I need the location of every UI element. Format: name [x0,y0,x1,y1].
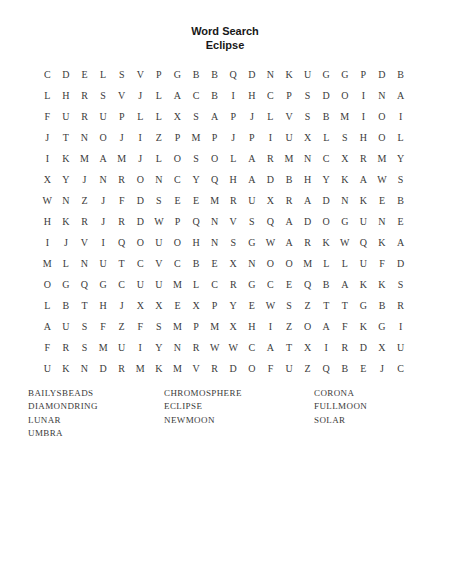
grid-cell-r11c9[interactable]: L [187,274,206,295]
grid-cell-r5c4[interactable]: A [94,148,113,169]
grid-cell-r2c14[interactable]: P [280,85,299,106]
grid-cell-r1c2[interactable]: D [57,64,76,85]
grid-cell-r2c7[interactable]: L [150,85,169,106]
grid-cell-r10c9[interactable]: B [187,253,206,274]
grid-cell-r13c10[interactable]: M [205,316,224,337]
grid-cell-r4c5[interactable]: J [112,127,131,148]
grid-cell-r11c8[interactable]: M [168,274,187,295]
grid-cell-r6c3[interactable]: J [75,169,94,190]
grid-cell-r10c4[interactable]: U [94,253,113,274]
grid-cell-r7c15[interactable]: A [298,190,317,211]
grid-cell-r9c9[interactable]: H [187,232,206,253]
grid-cell-r6c5[interactable]: R [112,169,131,190]
grid-cell-r10c16[interactable]: L [317,253,336,274]
grid-cell-r10c15[interactable]: M [298,253,317,274]
grid-cell-r8c1[interactable]: H [38,211,57,232]
grid-cell-r15c16[interactable]: Q [317,358,336,379]
grid-cell-r6c11[interactable]: H [224,169,243,190]
grid-cell-r1c16[interactable]: G [317,64,336,85]
grid-cell-r5c14[interactable]: M [280,148,299,169]
grid-cell-r7c1[interactable]: W [38,190,57,211]
grid-cell-r15c18[interactable]: E [354,358,373,379]
grid-cell-r13c14[interactable]: Z [280,316,299,337]
grid-cell-r10c2[interactable]: L [57,253,76,274]
grid-cell-r2c18[interactable]: I [354,85,373,106]
grid-cell-r11c12[interactable]: G [243,274,262,295]
grid-cell-r4c15[interactable]: X [298,127,317,148]
grid-cell-r5c5[interactable]: M [112,148,131,169]
grid-cell-r7c13[interactable]: X [261,190,280,211]
grid-cell-r11c1[interactable]: O [38,274,57,295]
grid-cell-r6c9[interactable]: Y [187,169,206,190]
grid-cell-r5c15[interactable]: N [298,148,317,169]
grid-cell-r15c8[interactable]: M [168,358,187,379]
grid-cell-r4c10[interactable]: P [205,127,224,148]
grid-cell-r14c2[interactable]: R [57,337,76,358]
grid-cell-r12c15[interactable]: Z [298,295,317,316]
grid-cell-r7c14[interactable]: R [280,190,299,211]
grid-cell-r4c2[interactable]: T [57,127,76,148]
grid-cell-r13c12[interactable]: H [243,316,262,337]
grid-cell-r11c15[interactable]: Q [298,274,317,295]
grid-cell-r1c18[interactable]: P [354,64,373,85]
grid-cell-r6c7[interactable]: N [150,169,169,190]
grid-cell-r5c13[interactable]: R [261,148,280,169]
grid-cell-r15c13[interactable]: F [261,358,280,379]
grid-cell-r6c17[interactable]: K [336,169,355,190]
grid-cell-r11c7[interactable]: U [150,274,169,295]
grid-cell-r7c18[interactable]: K [354,190,373,211]
grid-cell-r7c16[interactable]: D [317,190,336,211]
grid-cell-r13c3[interactable]: S [75,316,94,337]
grid-cell-r6c18[interactable]: A [354,169,373,190]
grid-cell-r2c12[interactable]: H [243,85,262,106]
grid-cell-r7c7[interactable]: S [150,190,169,211]
grid-cell-r13c20[interactable]: I [391,316,410,337]
grid-cell-r9c7[interactable]: U [150,232,169,253]
grid-cell-r7c9[interactable]: E [187,190,206,211]
grid-cell-r12c7[interactable]: X [150,295,169,316]
grid-cell-r11c16[interactable]: B [317,274,336,295]
grid-cell-r11c4[interactable]: G [94,274,113,295]
grid-cell-r5c10[interactable]: O [205,148,224,169]
grid-cell-r1c17[interactable]: G [336,64,355,85]
grid-cell-r12c2[interactable]: B [57,295,76,316]
grid-cell-r10c17[interactable]: L [336,253,355,274]
grid-cell-r2c16[interactable]: D [317,85,336,106]
grid-cell-r11c6[interactable]: U [131,274,150,295]
grid-cell-r12c13[interactable]: W [261,295,280,316]
grid-cell-r12c16[interactable]: T [317,295,336,316]
grid-cell-r14c3[interactable]: S [75,337,94,358]
grid-cell-r11c11[interactable]: R [224,274,243,295]
grid-cell-r15c3[interactable]: N [75,358,94,379]
grid-cell-r11c5[interactable]: C [112,274,131,295]
grid-cell-r12c4[interactable]: H [94,295,113,316]
grid-cell-r9c16[interactable]: K [317,232,336,253]
grid-cell-r9c1[interactable]: I [38,232,57,253]
grid-cell-r1c19[interactable]: D [373,64,392,85]
grid-cell-r15c4[interactable]: D [94,358,113,379]
grid-cell-r14c5[interactable]: U [112,337,131,358]
grid-cell-r8c10[interactable]: N [205,211,224,232]
grid-cell-r1c11[interactable]: Q [224,64,243,85]
grid-cell-r13c11[interactable]: X [224,316,243,337]
grid-cell-r4c20[interactable]: L [391,127,410,148]
grid-cell-r1c7[interactable]: P [150,64,169,85]
grid-cell-r10c8[interactable]: C [168,253,187,274]
grid-cell-r13c5[interactable]: Z [112,316,131,337]
grid-cell-r8c20[interactable]: E [391,211,410,232]
grid-cell-r14c6[interactable]: I [131,337,150,358]
grid-cell-r10c20[interactable]: D [391,253,410,274]
grid-cell-r10c13[interactable]: O [261,253,280,274]
grid-cell-r2c15[interactable]: S [298,85,317,106]
grid-cell-r12c18[interactable]: G [354,295,373,316]
grid-cell-r12c5[interactable]: J [112,295,131,316]
grid-cell-r13c16[interactable]: A [317,316,336,337]
grid-cell-r4c12[interactable]: P [243,127,262,148]
grid-cell-r2c13[interactable]: C [261,85,280,106]
grid-cell-r5c8[interactable]: O [168,148,187,169]
grid-cell-r3c6[interactable]: L [131,106,150,127]
grid-cell-r12c19[interactable]: B [373,295,392,316]
grid-cell-r4c4[interactable]: O [94,127,113,148]
grid-cell-r12c6[interactable]: X [131,295,150,316]
grid-cell-r3c8[interactable]: X [168,106,187,127]
grid-cell-r14c14[interactable]: T [280,337,299,358]
grid-cell-r10c14[interactable]: O [280,253,299,274]
grid-cell-r8c5[interactable]: R [112,211,131,232]
grid-cell-r15c15[interactable]: Z [298,358,317,379]
grid-cell-r13c9[interactable]: P [187,316,206,337]
grid-cell-r10c11[interactable]: X [224,253,243,274]
grid-cell-r1c20[interactable]: B [391,64,410,85]
grid-cell-r1c15[interactable]: U [298,64,317,85]
grid-cell-r6c20[interactable]: S [391,169,410,190]
grid-cell-r9c20[interactable]: A [391,232,410,253]
grid-cell-r5c11[interactable]: L [224,148,243,169]
grid-cell-r14c15[interactable]: X [298,337,317,358]
grid-cell-r15c20[interactable]: C [391,358,410,379]
grid-cell-r15c1[interactable]: U [38,358,57,379]
grid-cell-r4c1[interactable]: J [38,127,57,148]
grid-cell-r3c20[interactable]: I [391,106,410,127]
grid-cell-r14c10[interactable]: W [205,337,224,358]
grid-cell-r12c10[interactable]: P [205,295,224,316]
grid-cell-r8c12[interactable]: S [243,211,262,232]
grid-cell-r10c7[interactable]: V [150,253,169,274]
grid-cell-r8c15[interactable]: D [298,211,317,232]
grid-cell-r1c13[interactable]: N [261,64,280,85]
grid-cell-r6c15[interactable]: H [298,169,317,190]
grid-cell-r3c13[interactable]: L [261,106,280,127]
grid-cell-r15c6[interactable]: M [131,358,150,379]
grid-cell-r7c10[interactable]: M [205,190,224,211]
grid-cell-r2c2[interactable]: H [57,85,76,106]
grid-cell-r13c1[interactable]: A [38,316,57,337]
grid-cell-r7c2[interactable]: N [57,190,76,211]
grid-cell-r1c8[interactable]: G [168,64,187,85]
grid-cell-r13c18[interactable]: K [354,316,373,337]
grid-cell-r5c9[interactable]: S [187,148,206,169]
grid-cell-r7c6[interactable]: D [131,190,150,211]
grid-cell-r3c2[interactable]: U [57,106,76,127]
grid-cell-r8c16[interactable]: O [317,211,336,232]
grid-cell-r14c11[interactable]: W [224,337,243,358]
grid-cell-r9c11[interactable]: S [224,232,243,253]
grid-cell-r14c13[interactable]: A [261,337,280,358]
grid-cell-r7c17[interactable]: N [336,190,355,211]
grid-cell-r3c11[interactable]: P [224,106,243,127]
grid-cell-r1c5[interactable]: S [112,64,131,85]
grid-cell-r12c11[interactable]: Y [224,295,243,316]
grid-cell-r3c5[interactable]: P [112,106,131,127]
grid-cell-r9c14[interactable]: A [280,232,299,253]
grid-cell-r7c12[interactable]: U [243,190,262,211]
grid-cell-r14c7[interactable]: Y [150,337,169,358]
grid-cell-r2c17[interactable]: O [336,85,355,106]
grid-cell-r11c17[interactable]: A [336,274,355,295]
grid-cell-r13c8[interactable]: M [168,316,187,337]
grid-cell-r13c17[interactable]: F [336,316,355,337]
grid-cell-r8c4[interactable]: J [94,211,113,232]
grid-cell-r2c3[interactable]: R [75,85,94,106]
grid-cell-r12c12[interactable]: E [243,295,262,316]
grid-cell-r10c3[interactable]: N [75,253,94,274]
grid-cell-r2c1[interactable]: L [38,85,57,106]
grid-cell-r8c18[interactable]: U [354,211,373,232]
grid-cell-r9c13[interactable]: W [261,232,280,253]
grid-cell-r1c1[interactable]: C [38,64,57,85]
grid-cell-r12c17[interactable]: T [336,295,355,316]
grid-cell-r4c7[interactable]: Z [150,127,169,148]
grid-cell-r13c4[interactable]: F [94,316,113,337]
grid-cell-r9c3[interactable]: V [75,232,94,253]
grid-cell-r4c18[interactable]: H [354,127,373,148]
grid-cell-r1c10[interactable]: B [205,64,224,85]
grid-cell-r5c7[interactable]: L [150,148,169,169]
grid-cell-r9c17[interactable]: W [336,232,355,253]
grid-cell-r5c2[interactable]: K [57,148,76,169]
grid-cell-r15c10[interactable]: R [205,358,224,379]
grid-cell-r3c16[interactable]: B [317,106,336,127]
grid-cell-r8c6[interactable]: D [131,211,150,232]
grid-cell-r11c3[interactable]: Q [75,274,94,295]
grid-cell-r13c2[interactable]: U [57,316,76,337]
grid-cell-r5c19[interactable]: M [373,148,392,169]
grid-cell-r10c6[interactable]: C [131,253,150,274]
grid-cell-r6c1[interactable]: X [38,169,57,190]
grid-cell-r2c11[interactable]: I [224,85,243,106]
grid-cell-r6c14[interactable]: B [280,169,299,190]
grid-cell-r7c11[interactable]: R [224,190,243,211]
grid-cell-r8c19[interactable]: N [373,211,392,232]
grid-cell-r10c12[interactable]: N [243,253,262,274]
grid-cell-r6c16[interactable]: Y [317,169,336,190]
grid-cell-r4c13[interactable]: I [261,127,280,148]
grid-cell-r7c20[interactable]: B [391,190,410,211]
grid-cell-r12c3[interactable]: T [75,295,94,316]
grid-cell-r1c9[interactable]: B [187,64,206,85]
grid-cell-r15c5[interactable]: R [112,358,131,379]
grid-cell-r7c5[interactable]: F [112,190,131,211]
grid-cell-r8c9[interactable]: Q [187,211,206,232]
grid-cell-r1c14[interactable]: K [280,64,299,85]
grid-cell-r15c12[interactable]: O [243,358,262,379]
grid-cell-r2c10[interactable]: B [205,85,224,106]
grid-cell-r4c8[interactable]: P [168,127,187,148]
grid-cell-r10c5[interactable]: T [112,253,131,274]
grid-cell-r9c18[interactable]: Q [354,232,373,253]
grid-cell-r6c2[interactable]: Y [57,169,76,190]
grid-cell-r10c18[interactable]: U [354,253,373,274]
grid-cell-r11c19[interactable]: K [373,274,392,295]
grid-cell-r15c7[interactable]: K [150,358,169,379]
grid-cell-r9c19[interactable]: K [373,232,392,253]
grid-cell-r4c9[interactable]: M [187,127,206,148]
grid-cell-r5c12[interactable]: A [243,148,262,169]
grid-cell-r6c4[interactable]: N [94,169,113,190]
grid-cell-r9c4[interactable]: I [94,232,113,253]
grid-cell-r10c1[interactable]: M [38,253,57,274]
grid-cell-r9c12[interactable]: G [243,232,262,253]
grid-cell-r3c10[interactable]: A [205,106,224,127]
grid-cell-r8c13[interactable]: Q [261,211,280,232]
grid-cell-r14c4[interactable]: M [94,337,113,358]
grid-cell-r8c2[interactable]: K [57,211,76,232]
grid-cell-r11c18[interactable]: K [354,274,373,295]
grid-cell-r13c13[interactable]: I [261,316,280,337]
grid-cell-r11c13[interactable]: C [261,274,280,295]
grid-cell-r5c6[interactable]: J [131,148,150,169]
grid-cell-r14c19[interactable]: X [373,337,392,358]
grid-cell-r4c17[interactable]: S [336,127,355,148]
grid-cell-r14c20[interactable]: U [391,337,410,358]
grid-cell-r6c6[interactable]: O [131,169,150,190]
grid-cell-r13c6[interactable]: F [131,316,150,337]
grid-cell-r5c3[interactable]: M [75,148,94,169]
grid-cell-r6c12[interactable]: A [243,169,262,190]
grid-cell-r2c9[interactable]: C [187,85,206,106]
grid-cell-r6c10[interactable]: Q [205,169,224,190]
grid-cell-r12c20[interactable]: R [391,295,410,316]
grid-cell-r4c3[interactable]: N [75,127,94,148]
grid-cell-r9c15[interactable]: R [298,232,317,253]
grid-cell-r11c10[interactable]: C [205,274,224,295]
grid-cell-r5c20[interactable]: Y [391,148,410,169]
grid-cell-r3c17[interactable]: M [336,106,355,127]
grid-cell-r12c9[interactable]: X [187,295,206,316]
grid-cell-r8c7[interactable]: W [150,211,169,232]
grid-cell-r2c8[interactable]: A [168,85,187,106]
grid-cell-r2c19[interactable]: N [373,85,392,106]
grid-cell-r9c5[interactable]: Q [112,232,131,253]
grid-cell-r6c13[interactable]: D [261,169,280,190]
grid-cell-r3c15[interactable]: S [298,106,317,127]
grid-cell-r3c7[interactable]: L [150,106,169,127]
grid-cell-r1c6[interactable]: V [131,64,150,85]
grid-cell-r2c4[interactable]: S [94,85,113,106]
grid-cell-r14c12[interactable]: C [243,337,262,358]
grid-cell-r1c3[interactable]: E [75,64,94,85]
grid-cell-r15c2[interactable]: K [57,358,76,379]
grid-cell-r15c17[interactable]: B [336,358,355,379]
grid-cell-r14c18[interactable]: D [354,337,373,358]
grid-cell-r9c2[interactable]: J [57,232,76,253]
grid-cell-r9c8[interactable]: O [168,232,187,253]
grid-cell-r15c14[interactable]: U [280,358,299,379]
grid-cell-r15c9[interactable]: V [187,358,206,379]
grid-cell-r7c19[interactable]: E [373,190,392,211]
grid-cell-r6c19[interactable]: W [373,169,392,190]
grid-cell-r11c14[interactable]: E [280,274,299,295]
grid-cell-r11c20[interactable]: S [391,274,410,295]
grid-cell-r8c17[interactable]: G [336,211,355,232]
grid-cell-r7c4[interactable]: J [94,190,113,211]
grid-cell-r12c14[interactable]: S [280,295,299,316]
grid-cell-r5c16[interactable]: C [317,148,336,169]
grid-cell-r14c16[interactable]: I [317,337,336,358]
grid-cell-r12c8[interactable]: E [168,295,187,316]
grid-cell-r1c12[interactable]: D [243,64,262,85]
grid-cell-r15c19[interactable]: J [373,358,392,379]
grid-cell-r14c1[interactable]: F [38,337,57,358]
grid-cell-r13c7[interactable]: S [150,316,169,337]
grid-cell-r8c11[interactable]: V [224,211,243,232]
grid-cell-r10c19[interactable]: F [373,253,392,274]
grid-cell-r15c11[interactable]: D [224,358,243,379]
grid-cell-r8c14[interactable]: A [280,211,299,232]
grid-cell-r13c15[interactable]: O [298,316,317,337]
grid-cell-r4c14[interactable]: U [280,127,299,148]
grid-cell-r5c18[interactable]: R [354,148,373,169]
grid-cell-r14c8[interactable]: N [168,337,187,358]
grid-cell-r2c5[interactable]: V [112,85,131,106]
grid-cell-r5c17[interactable]: X [336,148,355,169]
grid-cell-r4c11[interactable]: J [224,127,243,148]
grid-cell-r1c4[interactable]: L [94,64,113,85]
grid-cell-r9c6[interactable]: O [131,232,150,253]
grid-cell-r14c9[interactable]: R [187,337,206,358]
grid-cell-r5c1[interactable]: I [38,148,57,169]
grid-cell-r4c16[interactable]: L [317,127,336,148]
grid-cell-r13c19[interactable]: G [373,316,392,337]
grid-cell-r3c14[interactable]: V [280,106,299,127]
grid-cell-r8c3[interactable]: R [75,211,94,232]
grid-cell-r3c12[interactable]: J [243,106,262,127]
grid-cell-r2c20[interactable]: A [391,85,410,106]
grid-cell-r3c4[interactable]: U [94,106,113,127]
grid-cell-r14c17[interactable]: R [336,337,355,358]
grid-cell-r9c10[interactable]: N [205,232,224,253]
grid-cell-r7c3[interactable]: Z [75,190,94,211]
grid-cell-r12c1[interactable]: L [38,295,57,316]
grid-cell-r10c10[interactable]: E [205,253,224,274]
grid-cell-r3c9[interactable]: S [187,106,206,127]
grid-cell-r3c3[interactable]: R [75,106,94,127]
grid-cell-r3c19[interactable]: O [373,106,392,127]
grid-cell-r6c8[interactable]: C [168,169,187,190]
grid-cell-r11c2[interactable]: G [57,274,76,295]
grid-cell-r3c18[interactable]: I [354,106,373,127]
grid-cell-r8c8[interactable]: P [168,211,187,232]
grid-cell-r7c8[interactable]: E [168,190,187,211]
grid-cell-r4c19[interactable]: O [373,127,392,148]
grid-cell-r4c6[interactable]: I [131,127,150,148]
grid-cell-r2c6[interactable]: J [131,85,150,106]
grid-cell-r3c1[interactable]: F [38,106,57,127]
